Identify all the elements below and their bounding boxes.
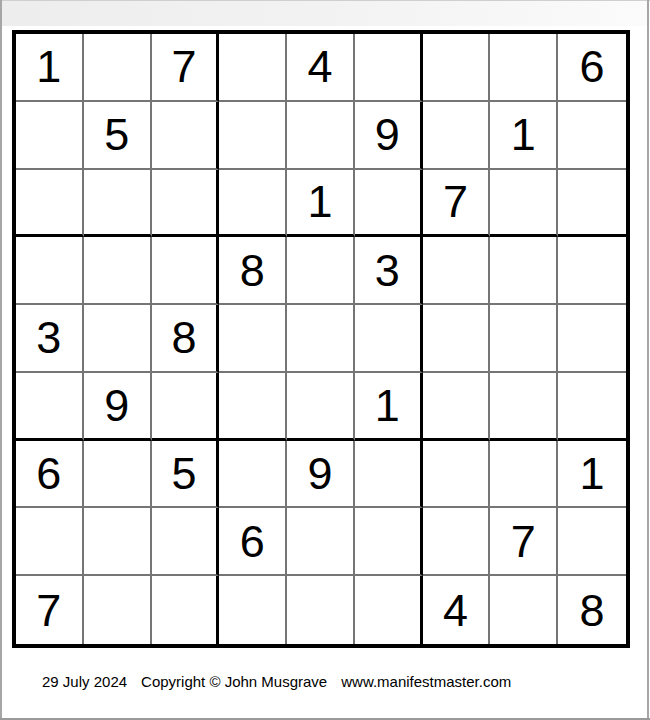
cell-r8c3[interactable] xyxy=(152,508,220,576)
cell-r8c9[interactable] xyxy=(558,508,626,576)
cell-r3c6[interactable] xyxy=(355,170,423,238)
page-edge-right xyxy=(647,0,649,720)
cell-r2c5[interactable] xyxy=(287,102,355,170)
cell-r8c7[interactable] xyxy=(423,508,491,576)
cell-r6c1[interactable] xyxy=(16,373,84,441)
cell-r6c4[interactable] xyxy=(219,373,287,441)
footer-copyright: Copyright © John Musgrave xyxy=(141,672,327,692)
footer: 29 July 2024 Copyright © John Musgrave w… xyxy=(42,672,511,692)
cell-r7c4[interactable] xyxy=(219,441,287,509)
cell-r3c5[interactable]: 1 xyxy=(287,170,355,238)
cell-r4c4[interactable]: 8 xyxy=(219,237,287,305)
cell-r5c7[interactable] xyxy=(423,305,491,373)
cell-r3c9[interactable] xyxy=(558,170,626,238)
cell-r1c5[interactable]: 4 xyxy=(287,34,355,102)
cell-r5c2[interactable] xyxy=(84,305,152,373)
page-edge-left xyxy=(0,0,2,720)
cell-r4c2[interactable] xyxy=(84,237,152,305)
cell-r2c8[interactable]: 1 xyxy=(490,102,558,170)
cell-r3c1[interactable] xyxy=(16,170,84,238)
cell-r1c3[interactable]: 7 xyxy=(152,34,220,102)
cell-r4c9[interactable] xyxy=(558,237,626,305)
cell-r5c8[interactable] xyxy=(490,305,558,373)
cell-r9c5[interactable] xyxy=(287,576,355,644)
cell-r8c4[interactable]: 6 xyxy=(219,508,287,576)
cell-r6c6[interactable]: 1 xyxy=(355,373,423,441)
cell-r7c8[interactable] xyxy=(490,441,558,509)
cell-r8c2[interactable] xyxy=(84,508,152,576)
cell-r3c7[interactable]: 7 xyxy=(423,170,491,238)
cell-r7c3[interactable]: 5 xyxy=(152,441,220,509)
cell-r4c8[interactable] xyxy=(490,237,558,305)
cell-r3c2[interactable] xyxy=(84,170,152,238)
cell-r4c7[interactable] xyxy=(423,237,491,305)
cell-r4c1[interactable] xyxy=(16,237,84,305)
cell-r2c7[interactable] xyxy=(423,102,491,170)
cell-r4c5[interactable] xyxy=(287,237,355,305)
cell-r8c6[interactable] xyxy=(355,508,423,576)
cell-r8c8[interactable]: 7 xyxy=(490,508,558,576)
cell-r9c6[interactable] xyxy=(355,576,423,644)
cell-r6c8[interactable] xyxy=(490,373,558,441)
cell-r2c3[interactable] xyxy=(152,102,220,170)
cell-r6c9[interactable] xyxy=(558,373,626,441)
cell-r2c2[interactable]: 5 xyxy=(84,102,152,170)
cell-r1c4[interactable] xyxy=(219,34,287,102)
cell-r1c9[interactable]: 6 xyxy=(558,34,626,102)
cell-r5c6[interactable] xyxy=(355,305,423,373)
cell-r6c7[interactable] xyxy=(423,373,491,441)
cell-r9c9[interactable]: 8 xyxy=(558,576,626,644)
cell-r3c8[interactable] xyxy=(490,170,558,238)
cell-r5c5[interactable] xyxy=(287,305,355,373)
cell-r2c1[interactable] xyxy=(16,102,84,170)
cell-r6c2[interactable]: 9 xyxy=(84,373,152,441)
cell-r5c9[interactable] xyxy=(558,305,626,373)
cell-r6c3[interactable] xyxy=(152,373,220,441)
cell-r4c6[interactable]: 3 xyxy=(355,237,423,305)
cell-r1c8[interactable] xyxy=(490,34,558,102)
cell-r2c9[interactable] xyxy=(558,102,626,170)
cell-r2c4[interactable] xyxy=(219,102,287,170)
cell-r1c1[interactable]: 1 xyxy=(16,34,84,102)
cell-r9c7[interactable]: 4 xyxy=(423,576,491,644)
sudoku-page: 174659117833891659167748 29 July 2024 Co… xyxy=(0,0,650,720)
cell-r1c7[interactable] xyxy=(423,34,491,102)
cell-r5c3[interactable]: 8 xyxy=(152,305,220,373)
cell-r7c5[interactable]: 9 xyxy=(287,441,355,509)
cell-r9c8[interactable] xyxy=(490,576,558,644)
cell-r7c9[interactable]: 1 xyxy=(558,441,626,509)
cell-r5c4[interactable] xyxy=(219,305,287,373)
cell-r9c2[interactable] xyxy=(84,576,152,644)
cell-r5c1[interactable]: 3 xyxy=(16,305,84,373)
page-header-strip xyxy=(0,0,650,26)
cell-r6c5[interactable] xyxy=(287,373,355,441)
cell-r7c7[interactable] xyxy=(423,441,491,509)
footer-website-link[interactable]: www.manifestmaster.com xyxy=(341,672,511,692)
cell-r2c6[interactable]: 9 xyxy=(355,102,423,170)
cell-r3c3[interactable] xyxy=(152,170,220,238)
cell-r1c2[interactable] xyxy=(84,34,152,102)
sudoku-board: 174659117833891659167748 xyxy=(12,30,630,648)
cell-r7c6[interactable] xyxy=(355,441,423,509)
cell-r7c1[interactable]: 6 xyxy=(16,441,84,509)
cell-r1c6[interactable] xyxy=(355,34,423,102)
cell-r3c4[interactable] xyxy=(219,170,287,238)
cell-r9c1[interactable]: 7 xyxy=(16,576,84,644)
cell-r4c3[interactable] xyxy=(152,237,220,305)
cell-r8c5[interactable] xyxy=(287,508,355,576)
footer-date: 29 July 2024 xyxy=(42,672,127,692)
cell-r7c2[interactable] xyxy=(84,441,152,509)
cell-r8c1[interactable] xyxy=(16,508,84,576)
cell-r9c3[interactable] xyxy=(152,576,220,644)
cell-r9c4[interactable] xyxy=(219,576,287,644)
